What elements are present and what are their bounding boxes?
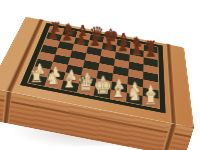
white-king[interactable]: ♚	[93, 76, 110, 97]
white-knight[interactable]: ♞	[126, 87, 143, 104]
chess-board-grid: ♜♞♝♛♚♝♞♜♟♟♟♟♟♟♟♟♟♟♟♟♟♟♟♟♜♞♝♛♚♝♞♜	[28, 26, 159, 108]
black-pawn[interactable]: ♟	[88, 36, 102, 48]
white-bishop[interactable]: ♝	[61, 73, 78, 91]
black-pawn[interactable]: ♟	[74, 33, 88, 45]
square-g1[interactable]: ♞	[126, 93, 143, 105]
white-rook[interactable]: ♜	[28, 69, 45, 85]
black-pawn[interactable]: ♟	[60, 30, 74, 42]
square-h1[interactable]: ♜	[142, 96, 158, 108]
photo-scene: ♜♞♝♛♚♝♞♜♟♟♟♟♟♟♟♟♟♟♟♟♟♟♟♟♜♞♝♛♚♝♞♜	[0, 0, 200, 150]
white-rook[interactable]: ♜	[142, 91, 159, 107]
square-f1[interactable]: ♝	[110, 90, 127, 102]
square-e5[interactable]	[99, 56, 115, 66]
white-bishop[interactable]: ♝	[110, 83, 127, 101]
square-d5[interactable]	[85, 53, 101, 63]
square-g5[interactable]	[129, 62, 144, 72]
white-queen[interactable]: ♛	[77, 74, 94, 94]
black-pawn[interactable]: ♟	[130, 44, 144, 56]
square-e1[interactable]: ♚	[94, 87, 111, 99]
white-knight[interactable]: ♞	[44, 71, 61, 88]
black-pawn[interactable]: ♟	[46, 27, 60, 39]
chess-box-lid-top: ♜♞♝♛♚♝♞♜♟♟♟♟♟♟♟♟♟♟♟♟♟♟♟♟♜♞♝♛♚♝♞♜	[0, 17, 194, 128]
square-e7[interactable]: ♟	[102, 43, 117, 52]
black-pawn[interactable]: ♟	[144, 46, 158, 58]
lid-groove-right	[166, 44, 177, 125]
black-pawn[interactable]: ♟	[116, 41, 130, 53]
black-pawn[interactable]: ♟	[102, 38, 116, 50]
